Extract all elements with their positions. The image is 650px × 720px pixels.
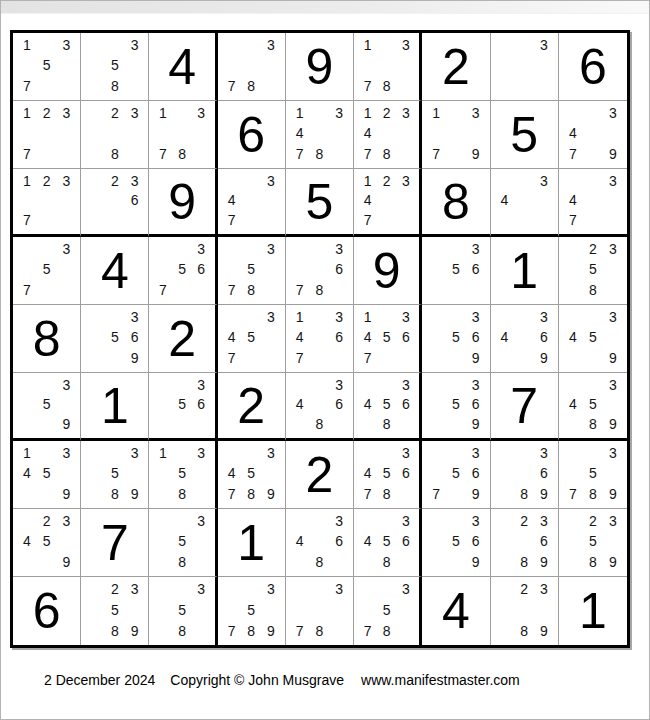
mark-1 xyxy=(426,511,446,531)
mark-4: 4 xyxy=(222,191,242,211)
mark-7: 7 xyxy=(290,348,310,368)
mark-3: 3 xyxy=(466,307,486,327)
mark-2 xyxy=(173,375,192,395)
mark-4: 4 xyxy=(563,327,583,347)
mark-7: 7 xyxy=(153,280,172,300)
mark-7 xyxy=(563,348,583,368)
pencil-marks: 347 xyxy=(218,169,285,234)
mark-9 xyxy=(329,620,349,641)
mark-7 xyxy=(17,484,37,504)
mark-9: 9 xyxy=(56,414,76,434)
pencil-marks: 345678 xyxy=(354,441,419,508)
mark-4: 4 xyxy=(358,395,377,415)
mark-6: 6 xyxy=(396,327,415,347)
mark-5: 5 xyxy=(583,327,603,347)
mark-8 xyxy=(105,210,125,230)
mark-8: 8 xyxy=(173,620,192,641)
cell-r1c7[interactable]: 2 xyxy=(422,33,490,101)
mark-6: 6 xyxy=(466,259,486,279)
mark-7 xyxy=(495,210,515,230)
mark-4: 4 xyxy=(358,327,377,347)
cell-r5c4[interactable]: 3457 xyxy=(218,305,286,373)
mark-9: 9 xyxy=(125,348,145,368)
mark-5: 5 xyxy=(446,259,466,279)
mark-9 xyxy=(192,620,211,641)
mark-8 xyxy=(377,210,396,230)
cell-r5c3[interactable]: 2 xyxy=(149,305,217,373)
cell-r3c1[interactable]: 1237 xyxy=(13,169,81,237)
mark-2 xyxy=(377,579,396,600)
mark-3: 3 xyxy=(534,579,554,600)
cell-r4c2[interactable]: 4 xyxy=(81,237,149,305)
mark-5: 5 xyxy=(241,259,261,279)
cell-r4c3[interactable]: 3567 xyxy=(149,237,217,305)
mark-8: 8 xyxy=(377,484,396,504)
mark-3: 3 xyxy=(396,171,415,191)
mark-9: 9 xyxy=(466,414,486,434)
mark-7: 7 xyxy=(222,76,242,96)
mark-2 xyxy=(37,375,57,395)
mark-5: 5 xyxy=(105,600,125,621)
mark-5 xyxy=(514,191,534,211)
cell-r6c1[interactable]: 359 xyxy=(13,373,81,441)
cell-r9c3[interactable]: 358 xyxy=(149,577,217,645)
mark-5 xyxy=(583,191,603,211)
cell-r9c7[interactable]: 4 xyxy=(422,577,490,645)
mark-8 xyxy=(37,484,57,504)
mark-4 xyxy=(563,259,583,279)
mark-1 xyxy=(290,511,310,531)
mark-9 xyxy=(261,76,281,96)
mark-9 xyxy=(396,414,415,434)
cell-r8c7[interactable]: 3569 xyxy=(422,509,490,577)
cell-r4c5[interactable]: 3678 xyxy=(286,237,354,305)
mark-6 xyxy=(125,463,145,483)
mark-5: 5 xyxy=(173,531,192,551)
mark-8: 8 xyxy=(105,144,125,164)
mark-5 xyxy=(310,123,330,143)
mark-3: 3 xyxy=(56,511,76,531)
mark-6: 6 xyxy=(329,327,349,347)
mark-6: 6 xyxy=(534,531,554,551)
mark-4 xyxy=(153,395,172,415)
cell-r3c9[interactable]: 347 xyxy=(559,169,627,237)
pencil-marks: 3678 xyxy=(286,237,353,304)
titlebar xyxy=(1,1,649,14)
given-digit: 8 xyxy=(13,305,80,372)
mark-1 xyxy=(426,307,446,327)
pencil-marks: 13459 xyxy=(13,441,80,508)
cell-r9c9[interactable]: 1 xyxy=(559,577,627,645)
mark-4 xyxy=(495,531,515,551)
mark-2 xyxy=(446,375,466,395)
mark-7 xyxy=(85,620,105,641)
cell-r1c2[interactable]: 358 xyxy=(81,33,149,101)
mark-8: 8 xyxy=(310,280,330,300)
mark-3: 3 xyxy=(329,239,349,259)
cell-r6c5[interactable]: 3468 xyxy=(286,373,354,441)
pencil-marks: 358 xyxy=(149,577,214,645)
cell-r8c2[interactable]: 7 xyxy=(81,509,149,577)
mark-6 xyxy=(396,55,415,75)
mark-7: 7 xyxy=(563,484,583,504)
cell-r9c8[interactable]: 2389 xyxy=(491,577,559,645)
mark-9: 9 xyxy=(603,144,623,164)
cell-r2c3[interactable]: 1378 xyxy=(149,101,217,169)
mark-3: 3 xyxy=(603,511,623,531)
mark-7 xyxy=(153,484,172,504)
footer-copyright: Copyright © John Musgrave xyxy=(170,672,344,688)
mark-3: 3 xyxy=(329,375,349,395)
mark-7: 7 xyxy=(358,348,377,368)
mark-4 xyxy=(222,259,242,279)
cell-r6c7[interactable]: 3569 xyxy=(422,373,490,441)
mark-6 xyxy=(466,123,486,143)
mark-4 xyxy=(426,531,446,551)
mark-3: 3 xyxy=(261,171,281,191)
mark-6 xyxy=(534,600,554,621)
mark-8: 8 xyxy=(105,620,125,641)
mark-3: 3 xyxy=(534,171,554,191)
mark-1 xyxy=(17,511,37,531)
mark-3: 3 xyxy=(466,511,486,531)
mark-7: 7 xyxy=(17,144,37,164)
cell-r2c5[interactable]: 13478 xyxy=(286,101,354,169)
cell-r7c2[interactable]: 3589 xyxy=(81,441,149,509)
cell-r1c9[interactable]: 6 xyxy=(559,33,627,101)
mark-8: 8 xyxy=(377,76,396,96)
mark-5 xyxy=(514,463,534,483)
mark-5: 5 xyxy=(37,259,57,279)
cell-r3c2[interactable]: 236 xyxy=(81,169,149,237)
mark-5: 5 xyxy=(173,395,192,415)
pencil-marks: 1379 xyxy=(422,101,489,168)
cell-r7c7[interactable]: 35679 xyxy=(422,441,490,509)
mark-4: 4 xyxy=(358,463,377,483)
cell-r3c8[interactable]: 34 xyxy=(491,169,559,237)
cell-r5c8[interactable]: 3469 xyxy=(491,305,559,373)
mark-6 xyxy=(56,123,76,143)
cell-r8c9[interactable]: 23589 xyxy=(559,509,627,577)
pencil-marks: 357 xyxy=(13,237,80,304)
mark-8: 8 xyxy=(514,620,534,641)
mark-2 xyxy=(310,511,330,531)
mark-9 xyxy=(329,280,349,300)
mark-2 xyxy=(446,239,466,259)
mark-5 xyxy=(377,123,396,143)
mark-1 xyxy=(17,239,37,259)
mark-3: 3 xyxy=(261,307,281,327)
mark-8 xyxy=(446,552,466,572)
cell-r2c2[interactable]: 238 xyxy=(81,101,149,169)
pencil-marks: 3569 xyxy=(81,305,148,372)
mark-4: 4 xyxy=(495,327,515,347)
mark-3: 3 xyxy=(396,511,415,531)
mark-4 xyxy=(290,259,310,279)
mark-5 xyxy=(241,191,261,211)
mark-7 xyxy=(426,552,446,572)
mark-3: 3 xyxy=(56,171,76,191)
pencil-marks: 1378 xyxy=(354,33,419,100)
pencil-marks: 34568 xyxy=(354,373,419,438)
mark-2 xyxy=(446,307,466,327)
mark-4 xyxy=(153,463,172,483)
mark-8 xyxy=(446,414,466,434)
pencil-marks: 345789 xyxy=(218,441,285,508)
mark-8 xyxy=(37,280,57,300)
mark-6 xyxy=(261,191,281,211)
mark-2 xyxy=(583,171,603,191)
mark-5: 5 xyxy=(173,259,192,279)
mark-3: 3 xyxy=(192,103,211,123)
mark-3: 3 xyxy=(125,103,145,123)
mark-9: 9 xyxy=(56,552,76,572)
mark-3: 3 xyxy=(192,239,211,259)
mark-9 xyxy=(396,620,415,641)
mark-6 xyxy=(396,123,415,143)
cell-r6c4[interactable]: 2 xyxy=(218,373,286,441)
cell-r9c6[interactable]: 3578 xyxy=(354,577,422,645)
mark-2 xyxy=(583,307,603,327)
mark-4: 4 xyxy=(17,531,37,551)
mark-8: 8 xyxy=(310,414,330,434)
mark-4 xyxy=(563,531,583,551)
mark-2 xyxy=(583,443,603,463)
mark-9: 9 xyxy=(534,348,554,368)
mark-1: 1 xyxy=(153,443,172,463)
cell-r2c8[interactable]: 5 xyxy=(491,101,559,169)
pencil-marks: 3479 xyxy=(559,101,627,168)
mark-7: 7 xyxy=(222,280,242,300)
mark-7 xyxy=(153,414,172,434)
mark-2 xyxy=(241,579,261,600)
mark-5: 5 xyxy=(583,259,603,279)
mark-8 xyxy=(37,76,57,96)
pencil-marks: 3468 xyxy=(286,509,353,576)
mark-4: 4 xyxy=(290,327,310,347)
cell-r8c6[interactable]: 34568 xyxy=(354,509,422,577)
mark-1 xyxy=(85,443,105,463)
mark-6 xyxy=(329,123,349,143)
mark-5 xyxy=(105,123,125,143)
mark-3: 3 xyxy=(329,579,349,600)
mark-7 xyxy=(85,484,105,504)
mark-9 xyxy=(603,280,623,300)
mark-4 xyxy=(426,259,446,279)
mark-6 xyxy=(603,123,623,143)
pencil-marks: 34589 xyxy=(559,373,627,438)
pencil-marks: 3589 xyxy=(81,441,148,508)
mark-9: 9 xyxy=(466,348,486,368)
cell-r8c5[interactable]: 3468 xyxy=(286,509,354,577)
mark-6 xyxy=(261,259,281,279)
mark-8 xyxy=(446,348,466,368)
cell-r9c1[interactable]: 6 xyxy=(13,577,81,645)
mark-3: 3 xyxy=(534,307,554,327)
mark-1: 1 xyxy=(358,307,377,327)
cell-r8c1[interactable]: 23459 xyxy=(13,509,81,577)
cell-r2c4[interactable]: 6 xyxy=(218,101,286,169)
mark-7: 7 xyxy=(563,210,583,230)
mark-8 xyxy=(37,552,57,572)
cell-r7c9[interactable]: 35789 xyxy=(559,441,627,509)
mark-4 xyxy=(426,327,446,347)
cell-r7c5[interactable]: 2 xyxy=(286,441,354,509)
mark-9 xyxy=(534,76,554,96)
mark-9: 9 xyxy=(603,348,623,368)
pencil-marks: 35679 xyxy=(422,441,489,508)
mark-9: 9 xyxy=(56,484,76,504)
cell-r5c1[interactable]: 8 xyxy=(13,305,81,373)
mark-5 xyxy=(310,259,330,279)
cell-r4c1[interactable]: 357 xyxy=(13,237,81,305)
mark-5: 5 xyxy=(446,327,466,347)
cell-r2c1[interactable]: 1237 xyxy=(13,101,81,169)
mark-3: 3 xyxy=(125,443,145,463)
cell-r2c6[interactable]: 123478 xyxy=(354,101,422,169)
mark-9: 9 xyxy=(125,620,145,641)
mark-4: 4 xyxy=(563,123,583,143)
cell-r3c7[interactable]: 8 xyxy=(422,169,490,237)
cell-r6c8[interactable]: 7 xyxy=(491,373,559,441)
cell-r5c9[interactable]: 3459 xyxy=(559,305,627,373)
mark-6 xyxy=(603,463,623,483)
mark-3: 3 xyxy=(534,443,554,463)
mark-6: 6 xyxy=(192,395,211,415)
mark-6: 6 xyxy=(396,531,415,551)
cell-r8c8[interactable]: 23689 xyxy=(491,509,559,577)
cell-r4c6[interactable]: 9 xyxy=(354,237,422,305)
pencil-marks: 1357 xyxy=(13,33,80,100)
mark-6 xyxy=(396,600,415,621)
mark-4 xyxy=(17,55,37,75)
cell-r7c3[interactable]: 1358 xyxy=(149,441,217,509)
given-digit: 7 xyxy=(491,373,558,438)
mark-8: 8 xyxy=(377,552,396,572)
pencil-marks: 35789 xyxy=(218,577,285,645)
cell-r4c8[interactable]: 1 xyxy=(491,237,559,305)
cell-r5c2[interactable]: 3569 xyxy=(81,305,149,373)
cell-r9c2[interactable]: 23589 xyxy=(81,577,149,645)
cell-r1c4[interactable]: 378 xyxy=(218,33,286,101)
pencil-marks: 1237 xyxy=(13,101,80,168)
cell-r3c4[interactable]: 347 xyxy=(218,169,286,237)
mark-7 xyxy=(153,620,172,641)
mark-9 xyxy=(192,414,211,434)
mark-2 xyxy=(173,443,192,463)
footer-website[interactable]: www.manifestmaster.com xyxy=(361,672,520,688)
mark-9: 9 xyxy=(466,484,486,504)
pencil-marks: 3469 xyxy=(491,305,558,372)
cell-r6c9[interactable]: 34589 xyxy=(559,373,627,441)
given-digit: 2 xyxy=(286,441,353,508)
mark-9: 9 xyxy=(261,484,281,504)
cell-r4c4[interactable]: 3578 xyxy=(218,237,286,305)
mark-2: 2 xyxy=(105,171,125,191)
pencil-marks: 12347 xyxy=(354,169,419,234)
cell-r9c4[interactable]: 35789 xyxy=(218,577,286,645)
pencil-marks: 35789 xyxy=(559,441,627,508)
cell-r4c7[interactable]: 356 xyxy=(422,237,490,305)
mark-9 xyxy=(125,144,145,164)
mark-6 xyxy=(329,600,349,621)
cell-r5c6[interactable]: 134567 xyxy=(354,305,422,373)
mark-3: 3 xyxy=(396,375,415,395)
pencil-marks: 3 xyxy=(491,33,558,100)
mark-8 xyxy=(37,414,57,434)
cell-r7c8[interactable]: 3689 xyxy=(491,441,559,509)
cell-r5c5[interactable]: 13467 xyxy=(286,305,354,373)
mark-1 xyxy=(563,171,583,191)
mark-3: 3 xyxy=(125,171,145,191)
mark-7: 7 xyxy=(17,76,37,96)
mark-2 xyxy=(310,103,330,123)
mark-2 xyxy=(446,511,466,531)
cell-r8c4[interactable]: 1 xyxy=(218,509,286,577)
given-digit: 2 xyxy=(218,373,285,438)
cell-r6c3[interactable]: 356 xyxy=(149,373,217,441)
cell-r7c1[interactable]: 13459 xyxy=(13,441,81,509)
mark-2 xyxy=(241,239,261,259)
pencil-marks: 358 xyxy=(81,33,148,100)
mark-4: 4 xyxy=(358,191,377,211)
cell-r8c3[interactable]: 358 xyxy=(149,509,217,577)
mark-7: 7 xyxy=(358,210,377,230)
cell-r3c5[interactable]: 5 xyxy=(286,169,354,237)
mark-6 xyxy=(192,123,211,143)
mark-7: 7 xyxy=(358,620,377,641)
cell-r2c9[interactable]: 3479 xyxy=(559,101,627,169)
mark-2 xyxy=(514,307,534,327)
cell-r7c6[interactable]: 345678 xyxy=(354,441,422,509)
cell-r1c8[interactable]: 3 xyxy=(491,33,559,101)
cell-r1c6[interactable]: 1378 xyxy=(354,33,422,101)
mark-8 xyxy=(514,76,534,96)
mark-4: 4 xyxy=(495,191,515,211)
cell-r6c2[interactable]: 1 xyxy=(81,373,149,441)
mark-1: 1 xyxy=(358,171,377,191)
mark-1 xyxy=(563,375,583,395)
mark-1 xyxy=(426,443,446,463)
mark-2 xyxy=(37,35,57,55)
cell-r4c9[interactable]: 2358 xyxy=(559,237,627,305)
mark-3: 3 xyxy=(329,103,349,123)
mark-9 xyxy=(396,552,415,572)
mark-2 xyxy=(446,103,466,123)
mark-7 xyxy=(290,414,310,434)
mark-8 xyxy=(241,348,261,368)
cell-r7c4[interactable]: 345789 xyxy=(218,441,286,509)
mark-1 xyxy=(563,239,583,259)
cell-r5c7[interactable]: 3569 xyxy=(422,305,490,373)
cell-r2c7[interactable]: 1379 xyxy=(422,101,490,169)
cell-r9c5[interactable]: 378 xyxy=(286,577,354,645)
mark-6 xyxy=(261,55,281,75)
mark-2 xyxy=(173,239,192,259)
cell-r1c5[interactable]: 9 xyxy=(286,33,354,101)
mark-2: 2 xyxy=(105,579,125,600)
cell-r3c6[interactable]: 12347 xyxy=(354,169,422,237)
cell-r3c3[interactable]: 9 xyxy=(149,169,217,237)
cell-r1c3[interactable]: 4 xyxy=(149,33,217,101)
mark-9: 9 xyxy=(603,484,623,504)
mark-7 xyxy=(358,414,377,434)
cell-r6c6[interactable]: 34568 xyxy=(354,373,422,441)
mark-5 xyxy=(514,55,534,75)
mark-7: 7 xyxy=(222,484,242,504)
cell-r1c1[interactable]: 1357 xyxy=(13,33,81,101)
given-digit: 5 xyxy=(491,101,558,168)
